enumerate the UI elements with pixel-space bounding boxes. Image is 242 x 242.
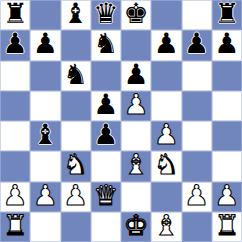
square-d2[interactable]: ♛	[91, 182, 121, 212]
piece-black-pawn[interactable]: ♟	[184, 30, 209, 58]
square-g6[interactable]	[182, 61, 212, 91]
square-a7[interactable]: ♟	[0, 30, 30, 60]
square-d3[interactable]	[91, 151, 121, 181]
piece-black-queen[interactable]: ♛	[93, 0, 118, 28]
square-d7[interactable]: ♞	[91, 30, 121, 60]
piece-white-pawn[interactable]: ♟	[33, 182, 58, 210]
piece-white-pawn[interactable]: ♟	[184, 182, 209, 210]
square-d6[interactable]	[91, 61, 121, 91]
square-e8[interactable]: ♚	[121, 0, 151, 30]
square-b8[interactable]	[30, 0, 60, 30]
square-f7[interactable]: ♟	[151, 30, 181, 60]
square-a8[interactable]: ♜	[0, 0, 30, 30]
piece-white-pawn[interactable]: ♟	[124, 91, 149, 119]
square-g5[interactable]	[182, 91, 212, 121]
piece-white-bishop[interactable]: ♝	[124, 151, 149, 179]
piece-black-rook[interactable]: ♜	[3, 0, 28, 28]
piece-black-pawn[interactable]: ♟	[154, 30, 179, 58]
piece-white-knight[interactable]: ♞	[63, 151, 88, 179]
square-e2[interactable]	[121, 182, 151, 212]
square-f8[interactable]	[151, 0, 181, 30]
piece-white-pawn[interactable]: ♟	[3, 182, 28, 210]
square-e4[interactable]	[121, 121, 151, 151]
square-d5[interactable]: ♟	[91, 91, 121, 121]
square-c5[interactable]	[61, 91, 91, 121]
square-c3[interactable]: ♞	[61, 151, 91, 181]
square-a1[interactable]: ♜	[0, 212, 30, 242]
square-g2[interactable]: ♟	[182, 182, 212, 212]
square-f2[interactable]	[151, 182, 181, 212]
square-e3[interactable]: ♝	[121, 151, 151, 181]
square-f3[interactable]: ♞	[151, 151, 181, 181]
piece-black-bishop[interactable]: ♝	[33, 121, 58, 149]
piece-black-rook[interactable]: ♜	[214, 0, 239, 28]
square-c4[interactable]	[61, 121, 91, 151]
square-c7[interactable]	[61, 30, 91, 60]
piece-white-bishop[interactable]: ♝	[154, 212, 179, 240]
piece-black-pawn[interactable]: ♟	[124, 61, 149, 89]
square-g1[interactable]	[182, 212, 212, 242]
piece-black-pawn[interactable]: ♟	[214, 30, 239, 58]
square-h2[interactable]: ♟	[212, 182, 242, 212]
square-c8[interactable]: ♝	[61, 0, 91, 30]
square-a2[interactable]: ♟	[0, 182, 30, 212]
piece-white-knight[interactable]: ♞	[154, 151, 179, 179]
piece-black-pawn[interactable]: ♟	[93, 121, 118, 149]
piece-white-king[interactable]: ♚	[124, 212, 149, 240]
square-h4[interactable]	[212, 121, 242, 151]
square-f1[interactable]: ♝	[151, 212, 181, 242]
square-a5[interactable]	[0, 91, 30, 121]
piece-white-pawn[interactable]: ♟	[214, 182, 239, 210]
square-h8[interactable]: ♜	[212, 0, 242, 30]
square-b5[interactable]	[30, 91, 60, 121]
square-h5[interactable]	[212, 91, 242, 121]
square-d4[interactable]: ♟	[91, 121, 121, 151]
square-a4[interactable]	[0, 121, 30, 151]
piece-black-king[interactable]: ♚	[124, 0, 149, 28]
square-d8[interactable]: ♛	[91, 0, 121, 30]
square-c6[interactable]: ♞	[61, 61, 91, 91]
piece-white-rook[interactable]: ♜	[3, 212, 28, 240]
piece-black-pawn[interactable]: ♟	[93, 91, 118, 119]
square-e6[interactable]: ♟	[121, 61, 151, 91]
square-a3[interactable]	[0, 151, 30, 181]
square-h1[interactable]: ♜	[212, 212, 242, 242]
square-e1[interactable]: ♚	[121, 212, 151, 242]
square-g7[interactable]: ♟	[182, 30, 212, 60]
square-b2[interactable]: ♟	[30, 182, 60, 212]
piece-black-pawn[interactable]: ♟	[33, 30, 58, 58]
piece-black-bishop[interactable]: ♝	[63, 0, 88, 28]
square-h7[interactable]: ♟	[212, 30, 242, 60]
square-b3[interactable]	[30, 151, 60, 181]
piece-black-knight[interactable]: ♞	[93, 30, 118, 58]
square-e7[interactable]	[121, 30, 151, 60]
piece-white-pawn[interactable]: ♟	[154, 121, 179, 149]
chess-board: ♜♝♛♚♜♟♟♞♟♟♟♞♟♟♟♝♟♟♞♝♞♟♟♟♛♟♟♜♚♝♜	[0, 0, 242, 242]
square-d1[interactable]	[91, 212, 121, 242]
square-b6[interactable]	[30, 61, 60, 91]
square-f4[interactable]: ♟	[151, 121, 181, 151]
piece-black-pawn[interactable]: ♟	[3, 30, 28, 58]
square-g8[interactable]	[182, 0, 212, 30]
square-h3[interactable]	[212, 151, 242, 181]
square-c1[interactable]	[61, 212, 91, 242]
piece-white-queen[interactable]: ♛	[93, 182, 118, 210]
square-c2[interactable]: ♟	[61, 182, 91, 212]
square-b7[interactable]: ♟	[30, 30, 60, 60]
square-e5[interactable]: ♟	[121, 91, 151, 121]
square-h6[interactable]	[212, 61, 242, 91]
square-a6[interactable]	[0, 61, 30, 91]
piece-black-knight[interactable]: ♞	[63, 61, 88, 89]
square-b4[interactable]: ♝	[30, 121, 60, 151]
piece-white-pawn[interactable]: ♟	[63, 182, 88, 210]
square-b1[interactable]	[30, 212, 60, 242]
square-g4[interactable]	[182, 121, 212, 151]
square-f6[interactable]	[151, 61, 181, 91]
square-g3[interactable]	[182, 151, 212, 181]
square-f5[interactable]	[151, 91, 181, 121]
piece-white-rook[interactable]: ♜	[214, 212, 239, 240]
